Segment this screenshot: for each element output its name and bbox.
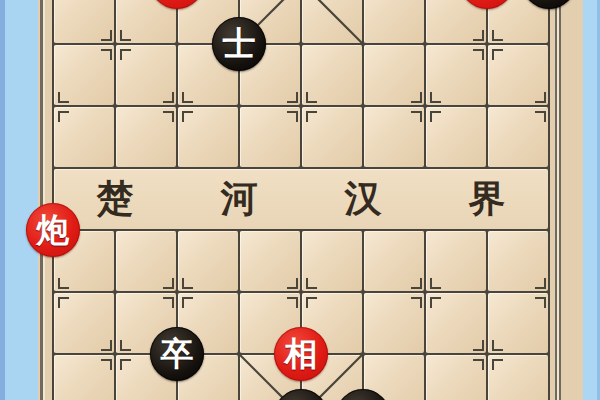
position-marker <box>306 297 317 308</box>
xiangqi-board-photo: 楚河汉界士炮卒相 <box>0 0 600 400</box>
position-marker <box>411 278 422 289</box>
piece-black-士[interactable]: 士 <box>212 17 266 71</box>
position-marker <box>473 359 484 370</box>
position-marker <box>411 92 422 103</box>
position-marker <box>287 278 298 289</box>
position-marker <box>120 359 131 370</box>
position-marker <box>58 297 69 308</box>
position-marker <box>287 111 298 122</box>
position-marker <box>306 111 317 122</box>
frame-border-line-right-inner <box>559 0 561 400</box>
position-marker <box>163 297 174 308</box>
position-marker <box>101 359 112 370</box>
position-marker <box>492 30 503 41</box>
position-marker <box>430 92 441 103</box>
position-marker <box>163 278 174 289</box>
position-marker <box>101 340 112 351</box>
position-marker <box>163 92 174 103</box>
position-marker <box>430 297 441 308</box>
position-marker <box>287 297 298 308</box>
position-marker <box>120 49 131 60</box>
position-marker <box>182 111 193 122</box>
piece-red-炮[interactable]: 炮 <box>26 203 80 257</box>
position-marker <box>163 111 174 122</box>
position-marker <box>535 278 546 289</box>
position-marker <box>430 278 441 289</box>
position-marker <box>473 30 484 41</box>
position-marker <box>535 111 546 122</box>
position-marker <box>492 49 503 60</box>
piece-character: 相 <box>285 332 318 377</box>
position-marker <box>58 92 69 103</box>
piece-character: 卒 <box>161 332 194 377</box>
position-marker <box>120 340 131 351</box>
position-marker <box>182 92 193 103</box>
position-marker <box>287 92 298 103</box>
position-marker <box>492 340 503 351</box>
position-marker <box>473 49 484 60</box>
piece-red-相[interactable]: 相 <box>274 327 328 381</box>
position-marker <box>120 30 131 41</box>
piece-black-卒[interactable]: 卒 <box>150 327 204 381</box>
frame-border-highlight-left <box>43 0 45 400</box>
position-marker <box>306 278 317 289</box>
position-marker <box>182 297 193 308</box>
position-marker <box>58 111 69 122</box>
position-marker <box>411 297 422 308</box>
position-marker <box>411 111 422 122</box>
position-marker <box>492 359 503 370</box>
position-marker <box>535 297 546 308</box>
position-marker <box>473 340 484 351</box>
position-marker <box>430 111 441 122</box>
position-marker <box>58 278 69 289</box>
position-marker <box>535 92 546 103</box>
piece-character: 炮 <box>37 208 70 253</box>
piece-character: 士 <box>223 22 256 67</box>
position-marker <box>101 30 112 41</box>
position-marker <box>101 49 112 60</box>
position-marker <box>306 92 317 103</box>
position-marker <box>182 278 193 289</box>
